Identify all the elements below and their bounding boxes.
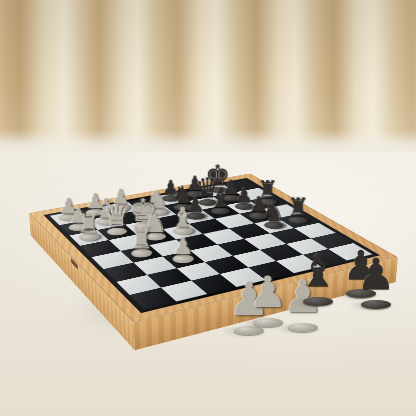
board-perspective-wrap: ♟♟♟♟♟♟♟♟♟♟♚♚♟♟♝♝♞♞♞♞♛♛♟♟♜♜♛♛♚♚♟♟♝♝♟♟♜♜♞♞…: [0, 0, 416, 416]
piece-base-disc: [361, 300, 391, 309]
white-rook[interactable]: ♜: [123, 226, 159, 253]
product-photo-scene: ♟♟♟♟♟♟♟♟♟♟♚♚♟♟♝♝♞♞♞♞♛♛♟♟♜♜♛♛♚♚♟♟♝♝♟♟♜♜♞♞…: [0, 0, 416, 416]
piece-base-disc: [288, 323, 318, 332]
white-pawn[interactable]: ♟: [165, 236, 201, 259]
captured-black-pawn-3[interactable]: ♟: [350, 253, 402, 312]
white-rook[interactable]: ♜: [72, 211, 106, 237]
piece-base-disc: [303, 297, 333, 306]
black-pawn-glyph: ♟: [350, 253, 402, 296]
black-knight[interactable]: ♞: [257, 200, 290, 225]
